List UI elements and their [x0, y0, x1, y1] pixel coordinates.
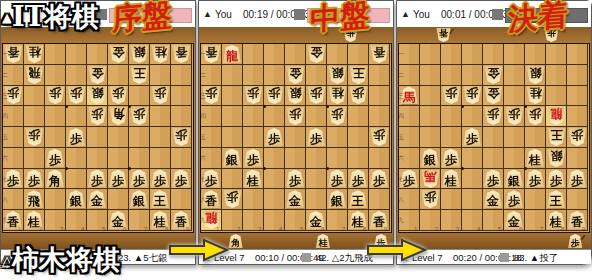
board-cell[interactable]: 歩: [45, 148, 66, 169]
captured-piece[interactable]: 桂: [315, 234, 330, 248]
shogi-piece: 歩: [370, 170, 389, 188]
board-cell[interactable]: 歩: [369, 169, 390, 190]
shogi-piece: 歩: [88, 107, 107, 125]
board-cell[interactable]: 桂: [243, 169, 264, 190]
board-cell[interactable]: [369, 106, 390, 127]
board-cell[interactable]: [369, 65, 390, 86]
board-cell[interactable]: 龍: [546, 106, 567, 127]
board-cell[interactable]: 桂: [150, 44, 171, 65]
rank-label: 一: [2, 50, 8, 59]
board-cell[interactable]: 王: [546, 127, 567, 148]
shogi-board: 香龍金香金銀王歩歩歩銀歩桂歩歩歩歩歩歩銀歩歩桂歩歩歩歩香歩金銀王龍金桂香一二三四…: [200, 43, 392, 233]
board-cell[interactable]: 金: [483, 189, 504, 210]
board-cell[interactable]: [567, 65, 588, 86]
board-cell[interactable]: [327, 44, 348, 65]
sente-mark-icon: ▲: [401, 9, 410, 19]
board-cell[interactable]: 銀: [87, 86, 108, 107]
board-cell[interactable]: 歩: [264, 86, 285, 107]
board-cell[interactable]: [441, 189, 462, 210]
captured-piece[interactable]: 香: [436, 28, 451, 42]
file-label: 5: [102, 226, 105, 232]
board-cell[interactable]: 歩: [243, 148, 264, 169]
board-cell[interactable]: [546, 86, 567, 107]
board-cell[interactable]: [108, 189, 129, 210]
board-cell[interactable]: [462, 189, 483, 210]
board-cell[interactable]: [222, 169, 243, 190]
star-point: [65, 167, 68, 170]
board-cell[interactable]: [87, 127, 108, 148]
shogi-piece: 歩: [244, 149, 263, 167]
captured-piece[interactable]: 角: [228, 234, 243, 248]
board-cell[interactable]: 歩: [462, 86, 483, 107]
board-cell[interactable]: [504, 148, 525, 169]
board-cell[interactable]: [441, 44, 462, 65]
board-cell[interactable]: [264, 169, 285, 190]
board-cell[interactable]: 王: [129, 65, 150, 86]
shogi-piece: 歩: [505, 107, 524, 125]
board-cell[interactable]: 歩: [150, 169, 171, 190]
board-cell[interactable]: [222, 86, 243, 107]
board-cell[interactable]: [441, 65, 462, 86]
board-cell[interactable]: [504, 44, 525, 65]
board-cell[interactable]: [171, 148, 192, 169]
rank-label: 一: [398, 50, 404, 59]
board-cell[interactable]: [420, 86, 441, 107]
board-cell[interactable]: [150, 65, 171, 86]
shogi-piece: 歩: [568, 170, 587, 188]
board-cell[interactable]: 金: [87, 65, 108, 86]
board-cell[interactable]: 銀: [327, 65, 348, 86]
last-move-label: 83. ▲投了: [514, 252, 558, 265]
board-cell[interactable]: [306, 106, 327, 127]
board-cell[interactable]: [369, 148, 390, 169]
shogi-piece: 歩: [349, 170, 368, 188]
board-cell[interactable]: 歩: [525, 169, 546, 190]
board-cell[interactable]: [285, 44, 306, 65]
rank-label: 五: [2, 133, 8, 142]
shogi-piece: 歩: [370, 128, 389, 146]
file-label: 2: [435, 226, 438, 232]
board-cell[interactable]: 歩: [483, 106, 504, 127]
board-cell[interactable]: 飛: [24, 189, 45, 210]
separator-square-icon: [302, 253, 311, 262]
board-cell[interactable]: 角: [108, 106, 129, 127]
shogi-piece: 歩: [46, 86, 65, 104]
board-cell[interactable]: [66, 169, 87, 190]
shogi-piece: 金: [484, 66, 503, 84]
shogi-piece: 歩: [328, 170, 347, 188]
board-cell[interactable]: 金: [483, 65, 504, 86]
board-cell[interactable]: 歩: [483, 169, 504, 190]
shogi-piece: 歩: [130, 170, 149, 188]
file-label: 4: [279, 226, 282, 232]
shogi-piece: 歩: [547, 170, 566, 188]
shogi-piece: 銀: [130, 45, 149, 63]
shogi-piece: 王: [349, 190, 368, 208]
board-cell[interactable]: 歩: [306, 86, 327, 107]
board-cell[interactable]: 歩: [87, 169, 108, 190]
board-cell[interactable]: [45, 189, 66, 210]
shogi-board: 香桂金銀桂香飛金王歩歩歩銀歩歩歩角歩歩歩歩歩歩歩角歩歩歩歩歩飛銀金銀王香桂金桂香…: [2, 43, 194, 233]
shogi-piece: 桂: [526, 149, 545, 167]
rank-label: 四: [200, 112, 206, 121]
star-point: [524, 167, 527, 170]
board-cell[interactable]: 龍: [222, 44, 243, 65]
board-cell[interactable]: [462, 65, 483, 86]
board-cell[interactable]: [504, 86, 525, 107]
board-cell[interactable]: [108, 148, 129, 169]
board-cell[interactable]: [129, 127, 150, 148]
arrow-right-icon: [168, 238, 230, 262]
shogi-piece: 歩: [442, 86, 461, 104]
rank-label: 九: [398, 216, 404, 225]
board-cell[interactable]: [306, 65, 327, 86]
rank-label: 三: [398, 92, 404, 101]
board-cell[interactable]: [171, 86, 192, 107]
shogi-piece: 歩: [463, 86, 482, 104]
board-cell[interactable]: [150, 106, 171, 127]
board-cell[interactable]: 金: [483, 86, 504, 107]
board-cell[interactable]: 銀: [546, 148, 567, 169]
board-cell[interactable]: [525, 44, 546, 65]
last-move-label: 42. △2九飛成: [316, 252, 373, 265]
board-cell[interactable]: [306, 148, 327, 169]
rank-label: 二: [398, 71, 404, 80]
board-cell[interactable]: [24, 86, 45, 107]
board-cell[interactable]: [264, 65, 285, 86]
legend-square-icon: [294, 9, 305, 20]
board-cell[interactable]: [546, 44, 567, 65]
board-cell[interactable]: [264, 148, 285, 169]
star-point: [128, 167, 131, 170]
board-cell[interactable]: [45, 65, 66, 86]
board-cell[interactable]: [567, 189, 588, 210]
file-label: 3: [258, 226, 261, 232]
shogi-piece: 王: [349, 66, 368, 84]
board-table: 香⁄⁄歩金銀馬歩歩金桂歩歩歩龍歩王歩銀歩桂銀歩馬桂歩銀歩歩歩歩金歩王金桂香一二三…: [397, 27, 591, 249]
board-cell[interactable]: [462, 44, 483, 65]
board-cell[interactable]: 香: [171, 44, 192, 65]
star-point: [326, 167, 329, 170]
board-cell[interactable]: 歩: [66, 86, 87, 107]
board-cell[interactable]: 歩: [285, 169, 306, 190]
board-cell[interactable]: [264, 44, 285, 65]
board-cell[interactable]: 香: [369, 44, 390, 65]
board-cell[interactable]: 銀: [222, 148, 243, 169]
board-cell[interactable]: [45, 44, 66, 65]
shogi-piece: 歩: [151, 170, 170, 188]
rank-label: 六: [398, 154, 404, 163]
board-cell[interactable]: [243, 44, 264, 65]
board-cell[interactable]: [306, 189, 327, 210]
board-cell[interactable]: 歩: [45, 86, 66, 107]
board-cell[interactable]: [483, 44, 504, 65]
board-cell[interactable]: 歩: [420, 189, 441, 210]
board-panel-3: ▲You00:01 / 00:04:39香⁄⁄歩金銀馬歩歩金桂歩歩歩龍歩王歩銀歩…: [396, 0, 592, 265]
rank-label: 九: [2, 216, 8, 225]
file-label: 6: [123, 226, 126, 232]
file-label: 7: [342, 226, 345, 232]
board-cell[interactable]: 歩: [108, 169, 129, 190]
shogi-piece: 金: [88, 190, 107, 208]
board-cell[interactable]: 歩: [264, 127, 285, 148]
board-cell[interactable]: [222, 106, 243, 127]
board-cell[interactable]: [420, 65, 441, 86]
file-label: 1: [414, 226, 417, 232]
shogi-piece: 銀: [526, 66, 545, 84]
board-cell[interactable]: 歩: [222, 189, 243, 210]
board-cell[interactable]: 銀: [525, 65, 546, 86]
board-cell[interactable]: [420, 127, 441, 148]
shogi-piece: 銀: [505, 170, 524, 188]
board-cell[interactable]: [150, 127, 171, 148]
board-cell[interactable]: [483, 148, 504, 169]
board-cell[interactable]: 歩: [150, 86, 171, 107]
board-cell[interactable]: 歩: [327, 106, 348, 127]
shogi-piece: 龍: [547, 107, 566, 125]
file-label: 9: [384, 226, 387, 232]
board-cell[interactable]: [306, 169, 327, 190]
board-cell[interactable]: [243, 189, 264, 210]
board-cell[interactable]: 歩: [66, 127, 87, 148]
board-cell[interactable]: 王: [546, 189, 567, 210]
board-cell[interactable]: [222, 127, 243, 148]
board-cell[interactable]: 歩: [462, 127, 483, 148]
board-cell[interactable]: [504, 65, 525, 86]
board-cell[interactable]: 歩: [348, 169, 369, 190]
board-cell[interactable]: 金: [285, 65, 306, 86]
board-cell[interactable]: [45, 106, 66, 127]
shogi-piece: 桂: [151, 45, 170, 63]
board-cell[interactable]: 銀: [66, 189, 87, 210]
rank-label: 八: [2, 196, 8, 205]
board-cell[interactable]: [441, 106, 462, 127]
shogi-piece: 歩: [130, 107, 149, 125]
shogi-piece: 歩: [109, 86, 128, 104]
board-cell[interactable]: 歩: [24, 127, 45, 148]
shogi-piece: 銀: [223, 149, 242, 167]
board-cell[interactable]: 歩: [525, 106, 546, 127]
shogi-piece: 金: [109, 45, 128, 63]
board-cell[interactable]: [462, 148, 483, 169]
board-cell[interactable]: [243, 65, 264, 86]
board-cell[interactable]: 桂: [24, 44, 45, 65]
board-cell[interactable]: 歩: [243, 86, 264, 107]
board-cell[interactable]: [66, 44, 87, 65]
board-table: 歩香龍金香金銀王歩歩歩銀歩桂歩歩歩歩歩歩銀歩歩桂歩歩歩歩香歩金銀王龍金桂香一二三…: [199, 27, 393, 249]
board-cell[interactable]: [483, 127, 504, 148]
star-point: [524, 105, 527, 108]
rank-label: 五: [398, 133, 404, 142]
board-cell[interactable]: 桂: [441, 169, 462, 190]
board-cell[interactable]: [243, 127, 264, 148]
board-cell[interactable]: 馬: [420, 169, 441, 190]
shogi-piece: 銀: [328, 66, 347, 84]
board-cell[interactable]: [462, 169, 483, 190]
board-cell[interactable]: [567, 148, 588, 169]
board-cell[interactable]: 歩: [567, 127, 588, 148]
board-cell[interactable]: [369, 86, 390, 107]
board-cell[interactable]: [87, 148, 108, 169]
board-cell[interactable]: 歩: [285, 106, 306, 127]
board-cell[interactable]: [441, 127, 462, 148]
board-cell[interactable]: 金: [108, 44, 129, 65]
board-cell[interactable]: 金: [306, 44, 327, 65]
board-cell[interactable]: 歩: [441, 86, 462, 107]
board-cell[interactable]: 飛: [24, 65, 45, 86]
shogi-piece: 歩: [172, 170, 191, 188]
board-cell[interactable]: 歩: [504, 106, 525, 127]
board-cell[interactable]: 桂: [525, 148, 546, 169]
shogi-piece: 飛: [25, 190, 44, 208]
shogi-piece: 金: [286, 190, 305, 208]
shogi-piece: 桂: [25, 45, 44, 63]
shogi-piece: 銀: [130, 190, 149, 208]
board-cell[interactable]: [567, 106, 588, 127]
board-cell[interactable]: [348, 106, 369, 127]
star-point: [461, 105, 464, 108]
board-cell[interactable]: [108, 127, 129, 148]
board-cell[interactable]: [171, 65, 192, 86]
captured-piece[interactable]: 歩: [568, 234, 583, 248]
board-cell[interactable]: [243, 106, 264, 127]
board-cell[interactable]: [66, 148, 87, 169]
shogi-piece: 銀: [547, 149, 566, 167]
board-cell[interactable]: 歩: [108, 86, 129, 107]
board-cell[interactable]: [108, 65, 129, 86]
board-cell[interactable]: 桂: [525, 86, 546, 107]
rank-label: 二: [2, 71, 8, 80]
shogi-piece: 歩: [463, 128, 482, 146]
board-cell[interactable]: [24, 106, 45, 127]
board-cell[interactable]: 歩: [327, 169, 348, 190]
board-cell[interactable]: [171, 106, 192, 127]
board-cell[interactable]: [66, 106, 87, 127]
shogi-piece: 歩: [307, 86, 326, 104]
board-cell[interactable]: 歩: [87, 106, 108, 127]
board-cell[interactable]: [546, 65, 567, 86]
board-cell[interactable]: 金: [87, 189, 108, 210]
rank-label: 七: [2, 175, 8, 184]
board-cell[interactable]: [87, 44, 108, 65]
board-cell[interactable]: 銀: [129, 44, 150, 65]
board-cell[interactable]: 歩: [171, 127, 192, 148]
board-grid: 金銀馬歩歩金桂歩歩歩龍歩王歩銀歩桂銀歩馬桂歩銀歩歩歩歩金歩王金桂香: [399, 44, 588, 231]
board-cell[interactable]: [567, 44, 588, 65]
board-cell[interactable]: 王: [348, 189, 369, 210]
board-cell[interactable]: [285, 148, 306, 169]
board-cell[interactable]: [45, 127, 66, 148]
board-cell[interactable]: [348, 127, 369, 148]
board-cell[interactable]: 歩: [348, 86, 369, 107]
board-cell[interactable]: [129, 148, 150, 169]
board-cell[interactable]: [327, 127, 348, 148]
arrow-right-icon: [366, 238, 428, 262]
board-cell[interactable]: [567, 86, 588, 107]
board-cell[interactable]: 歩: [129, 106, 150, 127]
board-cell[interactable]: 歩: [24, 169, 45, 190]
player-name: You: [215, 9, 232, 20]
board-cell[interactable]: 歩: [546, 169, 567, 190]
file-label: 2: [237, 226, 240, 232]
board-panel-2: ▲You00:19 / 00:03:34形勢歩香龍金香金銀王歩歩歩銀歩桂歩歩歩歩…: [198, 0, 394, 265]
board-cell[interactable]: [24, 148, 45, 169]
it-shogi-logo: ▲IT将棋: [2, 0, 99, 35]
board-cell[interactable]: 歩: [306, 127, 327, 148]
board-cell[interactable]: [525, 127, 546, 148]
board-cell[interactable]: [525, 189, 546, 210]
file-label: 3: [60, 226, 63, 232]
file-label: 6: [519, 226, 522, 232]
board-cell[interactable]: 歩: [441, 148, 462, 169]
board-cell[interactable]: 歩: [567, 169, 588, 190]
rank-label: 五: [200, 133, 206, 142]
board-cell[interactable]: [369, 189, 390, 210]
board-cell[interactable]: [129, 86, 150, 107]
file-label: 8: [561, 226, 564, 232]
shogi-piece: 桂: [442, 170, 461, 188]
board-cell[interactable]: [420, 106, 441, 127]
shogi-piece: 龍: [223, 45, 242, 63]
board-cell[interactable]: [264, 106, 285, 127]
shogi-piece: 金: [484, 86, 503, 104]
board-cell[interactable]: 王: [348, 65, 369, 86]
board-cell[interactable]: 歩: [129, 169, 150, 190]
board-cell[interactable]: 金: [285, 189, 306, 210]
shogi-piece: 銀: [286, 86, 305, 104]
board-cell[interactable]: 歩: [504, 189, 525, 210]
board-cell[interactable]: [462, 106, 483, 127]
board-cell[interactable]: 銀: [327, 189, 348, 210]
board-cell[interactable]: [420, 44, 441, 65]
board-cell[interactable]: [264, 189, 285, 210]
star-point: [461, 167, 464, 170]
board-cell[interactable]: [327, 148, 348, 169]
board-cell[interactable]: [171, 189, 192, 210]
board-cell[interactable]: 銀: [420, 148, 441, 169]
board-cell[interactable]: [348, 148, 369, 169]
file-label: 5: [300, 226, 303, 232]
board-cell[interactable]: [504, 127, 525, 148]
file-label: 1: [216, 226, 219, 232]
board-cell[interactable]: 銀: [285, 86, 306, 107]
star-point: [326, 105, 329, 108]
shogi-piece: 香: [172, 45, 191, 63]
shogi-piece: 歩: [25, 128, 44, 146]
file-label: 6: [321, 226, 324, 232]
board-cell[interactable]: 王: [150, 189, 171, 210]
board-cell[interactable]: [150, 148, 171, 169]
board-cell[interactable]: 銀: [129, 189, 150, 210]
shogi-piece: 桂: [526, 86, 545, 104]
board-cell[interactable]: [348, 44, 369, 65]
shogi-piece: 歩: [442, 149, 461, 167]
board-cell[interactable]: 歩: [171, 169, 192, 190]
board-cell[interactable]: [222, 65, 243, 86]
phase-label-conclusion: 決着: [508, 0, 568, 41]
board-cell[interactable]: 角: [45, 169, 66, 190]
shogi-piece: 金: [307, 45, 326, 63]
rank-label: 二: [200, 71, 206, 80]
board-cell[interactable]: 銀: [504, 169, 525, 190]
board-cell[interactable]: [285, 127, 306, 148]
board-cell[interactable]: [66, 65, 87, 86]
rank-label: 七: [200, 175, 206, 184]
board-cell[interactable]: 桂: [327, 86, 348, 107]
board-cell[interactable]: 歩: [369, 127, 390, 148]
shogi-piece: 歩: [244, 86, 263, 104]
shogi-piece: 歩: [349, 86, 368, 104]
